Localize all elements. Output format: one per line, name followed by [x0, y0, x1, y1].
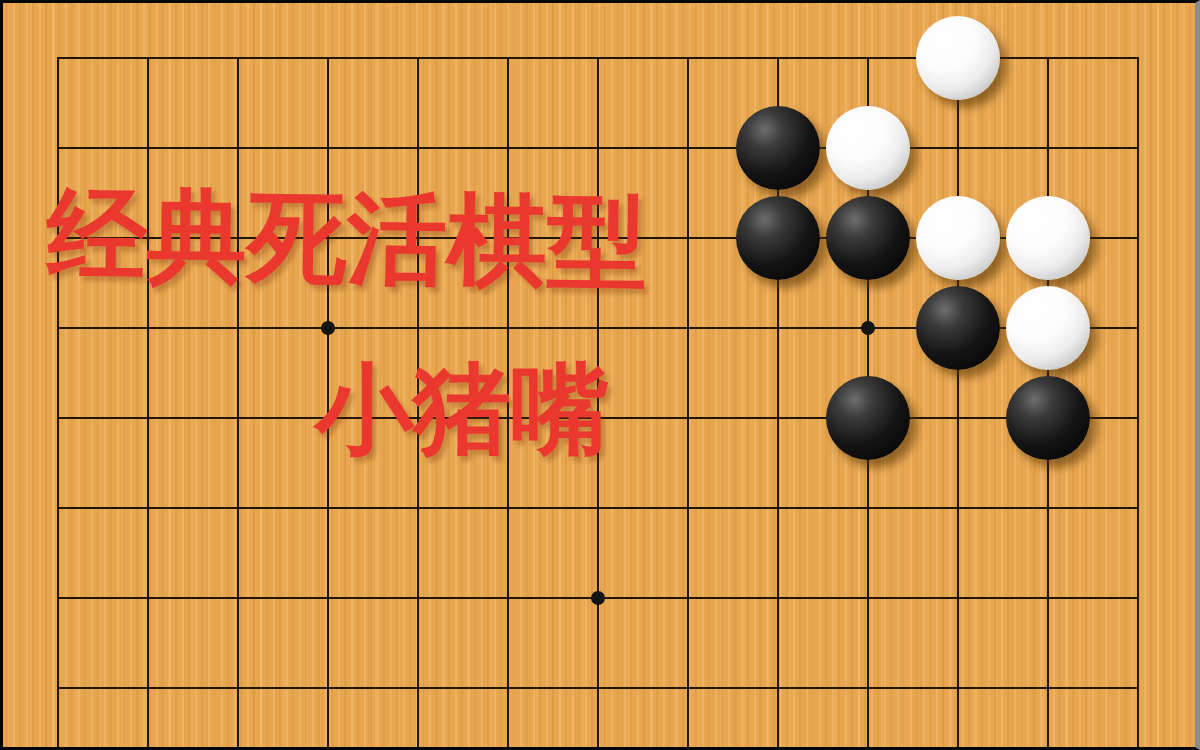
grid-cell [327, 597, 417, 687]
grid-cell [687, 507, 777, 597]
grid-cell [687, 327, 777, 417]
grid-cell [867, 687, 957, 750]
stone-white [826, 106, 910, 190]
grid-cell [777, 507, 867, 597]
subtitle-text: 小猪嘴 [315, 360, 609, 458]
stone-white [1006, 196, 1090, 280]
grid-cell [237, 507, 327, 597]
grid-cell [57, 417, 147, 507]
hoshi-point [591, 591, 605, 605]
grid-cell [57, 687, 147, 750]
grid-cell [147, 327, 237, 417]
grid-cell [597, 57, 687, 147]
stone-black [736, 196, 820, 280]
grid-cell [507, 57, 597, 147]
grid-cell [597, 597, 687, 687]
grid-cell [957, 507, 1047, 597]
grid-cell [237, 57, 327, 147]
grid-cell [327, 687, 417, 750]
grid-cell [507, 597, 597, 687]
grid-cell [687, 597, 777, 687]
grid-cell [417, 687, 507, 750]
grid-cell [147, 57, 237, 147]
grid-cell [57, 57, 147, 147]
grid-cell [1047, 687, 1137, 750]
grid-cell [147, 597, 237, 687]
grid-cell [147, 687, 237, 750]
stone-white [916, 196, 1000, 280]
go-board-diagram: 经典死活棋型 小猪嘴 [0, 0, 1200, 750]
stone-black [826, 196, 910, 280]
grid-cell [417, 507, 507, 597]
grid-cell [507, 507, 597, 597]
grid-cell [147, 507, 237, 597]
stone-white [916, 16, 1000, 100]
grid-cell [597, 507, 687, 597]
grid-cell [327, 57, 417, 147]
grid-cell [867, 507, 957, 597]
stone-black [1006, 376, 1090, 460]
grid-cell [327, 507, 417, 597]
grid-cell [237, 327, 327, 417]
grid-cell [1047, 597, 1137, 687]
grid-cell [597, 327, 687, 417]
grid-cell [687, 687, 777, 750]
grid-cell [687, 417, 777, 507]
grid-cell [147, 417, 237, 507]
grid-cell [237, 417, 327, 507]
grid-cell [237, 597, 327, 687]
grid-cell [597, 417, 687, 507]
grid-cell [777, 687, 867, 750]
hoshi-point [321, 321, 335, 335]
stone-white [1006, 286, 1090, 370]
grid-cell [417, 597, 507, 687]
stone-black [916, 286, 1000, 370]
grid-cell [57, 507, 147, 597]
title-text: 经典死活棋型 [46, 185, 647, 292]
grid-cell [507, 687, 597, 750]
grid-cell [1047, 57, 1137, 147]
grid-cell [777, 597, 867, 687]
grid-cell [597, 687, 687, 750]
grid-cell [417, 57, 507, 147]
stone-black [826, 376, 910, 460]
grid-cell [57, 327, 147, 417]
grid-cell [57, 597, 147, 687]
grid-cell [1047, 507, 1137, 597]
hoshi-point [861, 321, 875, 335]
stone-black [736, 106, 820, 190]
grid-cell [957, 687, 1047, 750]
grid-cell [867, 597, 957, 687]
grid-cell [957, 597, 1047, 687]
grid-cell [237, 687, 327, 750]
